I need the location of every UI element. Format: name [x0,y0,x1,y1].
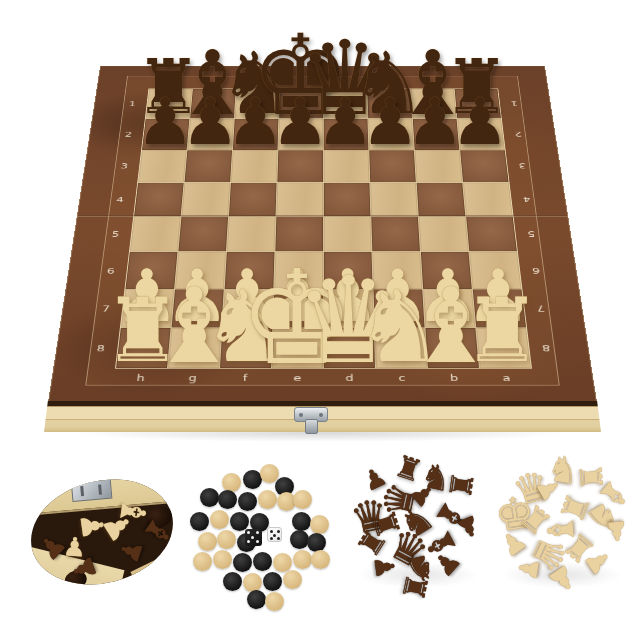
black-checker-disc [290,530,309,549]
square-d2 [324,119,369,150]
wood-checker-disc [310,515,329,534]
rank-label-right-1: 1 [510,99,518,107]
square-b5 [419,217,469,252]
square-a7 [473,289,526,327]
metal-clasp-knob [305,419,318,434]
file-label-b: b [450,372,459,383]
square-e6 [274,252,323,288]
square-e2 [278,119,323,150]
white-die [267,527,282,542]
wood-checker-disc [311,550,330,569]
light-loose-piece: ♟ [604,517,629,545]
inset-storage-box: ♟♟♝♟♟♝♟♟ [20,465,184,599]
rank-label-left-4: 4 [116,195,124,204]
square-f2 [233,119,278,150]
square-c2 [368,119,414,150]
dark-loose-piece: ♟ [370,554,399,581]
chess-board: 1122334455667788hgfedcba [48,66,597,402]
inset-dark-pieces-pile: ♜♟♞♜♛♟♛♝♜♞♟♜♛♝♞♟♟♜ [343,452,493,602]
rank-label-left-1: 1 [129,99,137,107]
square-h2 [142,119,189,150]
rank-label-left-6: 6 [107,265,116,275]
inset-checkers-dice [183,453,333,603]
wood-checker-disc [243,573,262,592]
square-g6 [175,252,226,288]
square-g4 [182,183,231,216]
square-f7 [222,289,273,327]
square-g2 [187,119,233,150]
square-a5 [466,217,517,252]
square-c1 [367,89,412,118]
file-label-h: h [136,372,145,383]
black-checker-disc [218,490,237,509]
stored-dark-piece: ♟ [115,536,147,566]
rank-label-left-5: 5 [111,229,120,238]
square-f6 [225,252,275,288]
black-checker-disc [263,572,282,591]
file-label-a: a [502,372,511,383]
hinge-icon [71,479,113,502]
square-b3 [415,150,462,182]
rank-label-right-4: 4 [522,195,530,204]
wood-checker-disc [293,550,312,569]
square-a8 [476,328,531,368]
square-g8 [168,328,221,368]
rank-label-left-7: 7 [102,303,111,313]
square-g7 [172,289,224,327]
square-d4 [324,183,371,216]
black-checker-disc [292,512,311,531]
square-c3 [369,150,416,182]
wood-checker-disc [283,570,302,589]
square-h8 [116,328,171,368]
file-label-c: c [398,372,406,383]
rank-label-left-3: 3 [120,162,128,171]
wood-checker-disc [210,510,229,529]
square-e3 [277,150,323,182]
square-d8 [324,328,375,368]
rank-label-right-7: 7 [536,303,545,313]
clasp-screw [319,413,323,417]
rank-label-left-8: 8 [96,343,105,354]
square-d1 [324,89,368,118]
fold-seam [78,215,568,217]
file-label-g: g [188,372,197,383]
wood-checker-disc [273,553,292,572]
square-h4 [134,183,184,216]
square-f5 [227,217,276,252]
inset-light-pieces-pile: ♞♜♛♟♝♚♜♞♜♝♟♟♛♜♟♟♟ [487,452,637,602]
wood-checker-disc [213,550,232,569]
square-f8 [220,328,272,368]
wood-checker-disc [222,473,241,492]
square-h7 [121,289,174,327]
square-a2 [457,119,504,150]
chess-grid [115,89,532,369]
square-a3 [460,150,508,182]
square-f3 [231,150,277,182]
black-checker-disc [223,572,242,591]
wood-checker-disc [193,552,212,571]
wood-checker-disc [265,592,284,611]
file-label-d: d [345,372,353,383]
square-d5 [324,217,372,252]
square-h5 [130,217,181,252]
square-b7 [423,289,475,327]
square-h6 [126,252,178,288]
black-checker-disc [253,552,272,571]
black-checker-disc [190,512,209,531]
square-f1 [235,89,280,118]
square-f4 [229,183,277,216]
black-checker-disc [238,492,257,511]
black-die [245,529,262,546]
wood-checker-disc [198,532,217,551]
square-b4 [417,183,466,216]
square-e1 [279,89,323,118]
square-c5 [371,217,420,252]
square-b1 [411,89,456,118]
square-e5 [275,217,323,252]
square-h1 [146,89,192,118]
square-d7 [324,289,374,327]
wood-checker-disc [217,530,236,549]
square-a1 [455,89,501,118]
square-c4 [370,183,418,216]
rank-label-right-3: 3 [518,162,526,171]
wood-checker-disc [293,490,312,509]
dark-loose-piece: ♜ [397,571,432,604]
square-b6 [421,252,472,288]
file-label-e: e [293,372,301,383]
square-g3 [185,150,232,182]
product-photo: 1122334455667788hgfedcba ♜♝♞♚♛♞♝♜♟♟♟♟♟♟♟… [0,0,640,640]
light-loose-piece: ♟ [514,555,544,582]
square-c6 [372,252,422,288]
rank-label-left-2: 2 [125,130,133,138]
square-e4 [276,183,323,216]
square-c7 [374,289,425,327]
square-a6 [469,252,521,288]
black-checker-disc [200,488,219,507]
square-b8 [426,328,479,368]
file-label-f: f [243,372,248,383]
square-d3 [324,150,370,182]
rank-label-right-2: 2 [514,130,522,138]
square-a4 [463,183,513,216]
square-h3 [138,150,186,182]
square-e7 [273,289,323,327]
rank-label-right-5: 5 [527,229,536,238]
square-b2 [413,119,459,150]
square-c8 [375,328,427,368]
black-checker-disc [233,553,252,572]
rank-label-right-8: 8 [541,343,550,354]
square-e8 [272,328,323,368]
clasp-screw [299,413,303,417]
square-g1 [190,89,235,118]
rank-label-right-6: 6 [531,265,540,275]
wood-checker-disc [258,490,277,509]
black-checker-disc [247,590,266,609]
black-checker-disc [307,533,326,552]
square-g5 [178,217,228,252]
square-d6 [324,252,373,288]
